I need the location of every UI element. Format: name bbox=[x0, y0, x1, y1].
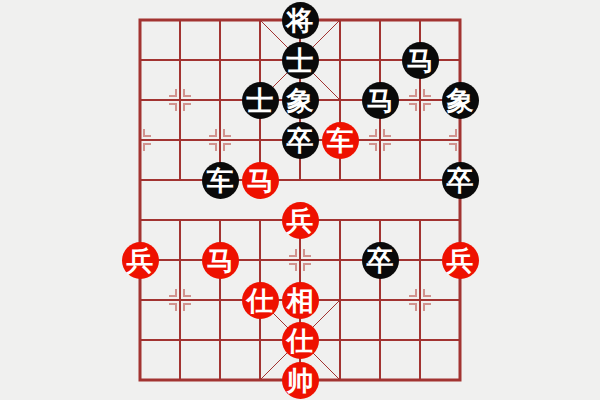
piece-black-horse[interactable]: 马 bbox=[362, 82, 399, 119]
piece-black-soldier[interactable]: 卒 bbox=[362, 242, 399, 279]
board-grid[interactable]: 将士马士象马象卒车车马卒兵兵马卒兵仕相仕帅 bbox=[120, 0, 480, 400]
xiangqi-app: 将士马士象马象卒车车马卒兵兵马卒兵仕相仕帅 bbox=[0, 0, 600, 400]
piece-red-horse[interactable]: 马 bbox=[202, 242, 239, 279]
piece-red-advisor[interactable]: 仕 bbox=[282, 322, 319, 359]
piece-black-elephant[interactable]: 象 bbox=[282, 82, 319, 119]
piece-red-soldier[interactable]: 兵 bbox=[122, 242, 159, 279]
piece-black-soldier[interactable]: 卒 bbox=[282, 122, 319, 159]
piece-black-advisor[interactable]: 士 bbox=[282, 42, 319, 79]
piece-red-general[interactable]: 帅 bbox=[282, 362, 319, 399]
piece-black-soldier[interactable]: 卒 bbox=[442, 162, 479, 199]
piece-black-elephant[interactable]: 象 bbox=[442, 82, 479, 119]
piece-black-horse[interactable]: 马 bbox=[402, 42, 439, 79]
piece-black-advisor[interactable]: 士 bbox=[242, 82, 279, 119]
piece-red-soldier[interactable]: 兵 bbox=[282, 202, 319, 239]
piece-black-chariot[interactable]: 车 bbox=[202, 162, 239, 199]
piece-red-advisor[interactable]: 仕 bbox=[242, 282, 279, 319]
piece-red-horse[interactable]: 马 bbox=[242, 162, 279, 199]
piece-red-chariot[interactable]: 车 bbox=[322, 122, 359, 159]
piece-red-soldier[interactable]: 兵 bbox=[442, 242, 479, 279]
piece-red-elephant[interactable]: 相 bbox=[282, 282, 319, 319]
piece-black-general[interactable]: 将 bbox=[282, 2, 319, 39]
